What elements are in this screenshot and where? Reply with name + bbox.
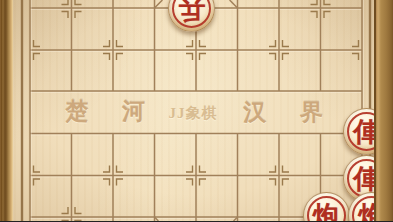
board-right-wood-edge: [374, 0, 393, 221]
pieces-layer: 兵俥俥炮炮: [0, 0, 393, 221]
xiangqi-board[interactable]: 楚 河 JJ象棋 汉 界 兵俥俥炮炮: [0, 0, 393, 221]
tray-piece-red-cannon-1[interactable]: 炮: [303, 192, 350, 221]
piece-glyph: 炮: [313, 203, 340, 222]
piece-glyph: 兵: [178, 0, 205, 22]
board-left-wood-edge: [0, 0, 13, 221]
board-piece-red-soldier[interactable]: 兵: [168, 0, 215, 32]
